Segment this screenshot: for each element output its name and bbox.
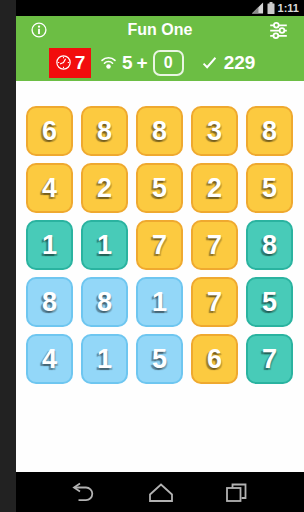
navigation-bar xyxy=(16,472,304,512)
timer-box: 7 xyxy=(49,48,91,78)
extra-hints-value: 0 xyxy=(164,54,173,72)
tile[interactable]: 8 xyxy=(26,277,73,327)
info-button[interactable] xyxy=(30,21,48,39)
recents-button[interactable] xyxy=(224,482,249,503)
tile[interactable]: 8 xyxy=(136,106,183,156)
tile[interactable]: 8 xyxy=(246,220,293,270)
extra-hints-button[interactable]: 0 xyxy=(153,50,184,76)
tile[interactable]: 3 xyxy=(191,106,238,156)
tile[interactable]: 2 xyxy=(191,163,238,213)
status-bar: 1:11 xyxy=(16,0,304,16)
tune-icon xyxy=(267,20,290,41)
tile[interactable]: 5 xyxy=(136,334,183,384)
tile[interactable]: 1 xyxy=(81,220,128,270)
clock-icon xyxy=(55,54,72,71)
game-area: 6883842525117788817541567 xyxy=(16,106,304,497)
tile[interactable]: 8 xyxy=(81,277,128,327)
tile[interactable]: 6 xyxy=(191,334,238,384)
check-icon xyxy=(200,53,219,72)
hints-group: 5 + 0 xyxy=(99,50,184,76)
battery-icon xyxy=(267,2,275,14)
tile[interactable]: 7 xyxy=(246,334,293,384)
tile[interactable]: 4 xyxy=(26,334,73,384)
status-time: 1:11 xyxy=(278,0,299,16)
tile[interactable]: 1 xyxy=(81,334,128,384)
tile[interactable]: 5 xyxy=(246,163,293,213)
score-group: 229 xyxy=(200,52,256,74)
tile[interactable]: 7 xyxy=(191,277,238,327)
hints-value: 5 xyxy=(122,52,133,74)
counter-bar: 7 5 + 0 229 xyxy=(16,44,304,81)
tile[interactable]: 6 xyxy=(26,106,73,156)
plus-sign: + xyxy=(137,52,148,74)
tile[interactable]: 7 xyxy=(136,220,183,270)
tile[interactable]: 1 xyxy=(26,220,73,270)
recents-icon xyxy=(224,482,249,503)
tile[interactable]: 5 xyxy=(246,277,293,327)
timer-value: 7 xyxy=(75,52,86,74)
phone-screen: 1:11 Fun One xyxy=(16,0,304,512)
home-icon xyxy=(147,482,175,502)
tile[interactable]: 4 xyxy=(26,163,73,213)
tile[interactable]: 8 xyxy=(81,106,128,156)
signal-icon xyxy=(251,2,264,14)
action-bar: Fun One xyxy=(16,16,304,44)
app-title: Fun One xyxy=(16,21,304,39)
back-button[interactable] xyxy=(71,481,98,504)
back-icon xyxy=(71,481,98,504)
broadcast-icon xyxy=(99,54,118,72)
board: 6883842525117788817541567 xyxy=(26,106,303,384)
info-icon xyxy=(30,21,48,39)
tile[interactable]: 8 xyxy=(246,106,293,156)
tile[interactable]: 1 xyxy=(136,277,183,327)
tile[interactable]: 5 xyxy=(136,163,183,213)
settings-button[interactable] xyxy=(267,20,290,41)
tile[interactable]: 7 xyxy=(191,220,238,270)
home-button[interactable] xyxy=(147,482,175,502)
score-value: 229 xyxy=(224,52,256,74)
tile[interactable]: 2 xyxy=(81,163,128,213)
